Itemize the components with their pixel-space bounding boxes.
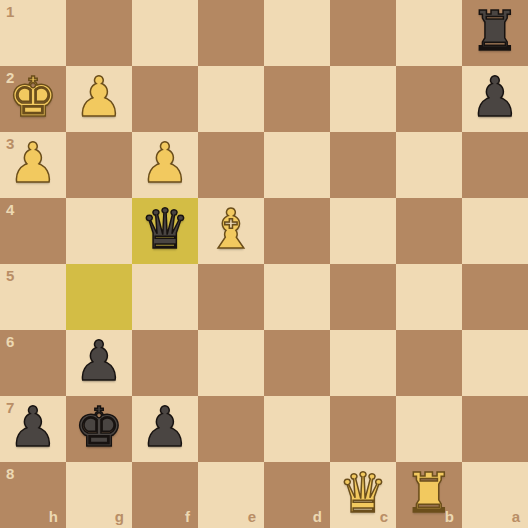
square-f1[interactable]	[132, 0, 198, 66]
chess-board: 1♜2♚♟♟3♟♟4♛♝56♟7♟♚♟8hgfedc♛b♜a	[0, 0, 528, 528]
square-c8[interactable]: c♛	[330, 462, 396, 528]
square-c7[interactable]	[330, 396, 396, 462]
white-pawn-icon[interactable]: ♟	[74, 64, 123, 130]
file-label-h: h	[49, 509, 58, 524]
file-label-a: a	[512, 509, 520, 524]
square-h5[interactable]: 5	[0, 264, 66, 330]
square-d2[interactable]	[264, 66, 330, 132]
square-e4[interactable]: ♝	[198, 198, 264, 264]
square-c4[interactable]	[330, 198, 396, 264]
square-e1[interactable]	[198, 0, 264, 66]
rank-label-5: 5	[6, 268, 14, 283]
black-pawn-icon[interactable]: ♟	[140, 394, 189, 460]
black-queen-icon[interactable]: ♛	[140, 196, 189, 262]
white-king-icon[interactable]: ♚	[8, 64, 57, 130]
black-pawn-icon[interactable]: ♟	[74, 328, 123, 394]
square-c1[interactable]	[330, 0, 396, 66]
square-b3[interactable]	[396, 132, 462, 198]
square-d3[interactable]	[264, 132, 330, 198]
white-rook-icon[interactable]: ♜	[404, 460, 453, 526]
square-d4[interactable]	[264, 198, 330, 264]
rank-label-6: 6	[6, 334, 14, 349]
square-b6[interactable]	[396, 330, 462, 396]
square-h7[interactable]: 7♟	[0, 396, 66, 462]
square-c5[interactable]	[330, 264, 396, 330]
black-pawn-icon[interactable]: ♟	[8, 394, 57, 460]
file-label-d: d	[313, 509, 322, 524]
square-d8[interactable]: d	[264, 462, 330, 528]
square-d1[interactable]	[264, 0, 330, 66]
square-b4[interactable]	[396, 198, 462, 264]
black-king-icon[interactable]: ♚	[74, 394, 123, 460]
square-f4[interactable]: ♛	[132, 198, 198, 264]
square-f7[interactable]: ♟	[132, 396, 198, 462]
square-e2[interactable]	[198, 66, 264, 132]
square-d7[interactable]	[264, 396, 330, 462]
square-a3[interactable]	[462, 132, 528, 198]
square-a5[interactable]	[462, 264, 528, 330]
square-e5[interactable]	[198, 264, 264, 330]
square-f3[interactable]: ♟	[132, 132, 198, 198]
square-f6[interactable]	[132, 330, 198, 396]
square-g8[interactable]: g	[66, 462, 132, 528]
square-e7[interactable]	[198, 396, 264, 462]
square-a8[interactable]: a	[462, 462, 528, 528]
square-f5[interactable]	[132, 264, 198, 330]
rank-label-4: 4	[6, 202, 14, 217]
square-c6[interactable]	[330, 330, 396, 396]
black-pawn-icon[interactable]: ♟	[470, 64, 519, 130]
square-g1[interactable]	[66, 0, 132, 66]
square-g2[interactable]: ♟	[66, 66, 132, 132]
square-h8[interactable]: 8h	[0, 462, 66, 528]
square-g3[interactable]	[66, 132, 132, 198]
square-b2[interactable]	[396, 66, 462, 132]
square-h2[interactable]: 2♚	[0, 66, 66, 132]
square-a6[interactable]	[462, 330, 528, 396]
square-e8[interactable]: e	[198, 462, 264, 528]
square-h1[interactable]: 1	[0, 0, 66, 66]
file-label-e: e	[248, 509, 256, 524]
white-queen-icon[interactable]: ♛	[338, 460, 387, 526]
square-e3[interactable]	[198, 132, 264, 198]
white-pawn-icon[interactable]: ♟	[8, 130, 57, 196]
white-pawn-icon[interactable]: ♟	[140, 130, 189, 196]
square-e6[interactable]	[198, 330, 264, 396]
square-b1[interactable]	[396, 0, 462, 66]
square-g5[interactable]	[66, 264, 132, 330]
square-a4[interactable]	[462, 198, 528, 264]
black-rook-icon[interactable]: ♜	[470, 0, 519, 64]
square-c3[interactable]	[330, 132, 396, 198]
square-d5[interactable]	[264, 264, 330, 330]
square-c2[interactable]	[330, 66, 396, 132]
square-a1[interactable]: ♜	[462, 0, 528, 66]
square-b7[interactable]	[396, 396, 462, 462]
square-g6[interactable]: ♟	[66, 330, 132, 396]
square-a2[interactable]: ♟	[462, 66, 528, 132]
square-b5[interactable]	[396, 264, 462, 330]
square-a7[interactable]	[462, 396, 528, 462]
rank-label-8: 8	[6, 466, 14, 481]
square-f8[interactable]: f	[132, 462, 198, 528]
file-label-g: g	[115, 509, 124, 524]
square-h4[interactable]: 4	[0, 198, 66, 264]
square-g4[interactable]	[66, 198, 132, 264]
square-g7[interactable]: ♚	[66, 396, 132, 462]
file-label-f: f	[185, 509, 190, 524]
square-h3[interactable]: 3♟	[0, 132, 66, 198]
square-d6[interactable]	[264, 330, 330, 396]
rank-label-1: 1	[6, 4, 14, 19]
square-h6[interactable]: 6	[0, 330, 66, 396]
square-b8[interactable]: b♜	[396, 462, 462, 528]
square-f2[interactable]	[132, 66, 198, 132]
white-bishop-icon[interactable]: ♝	[206, 196, 255, 262]
